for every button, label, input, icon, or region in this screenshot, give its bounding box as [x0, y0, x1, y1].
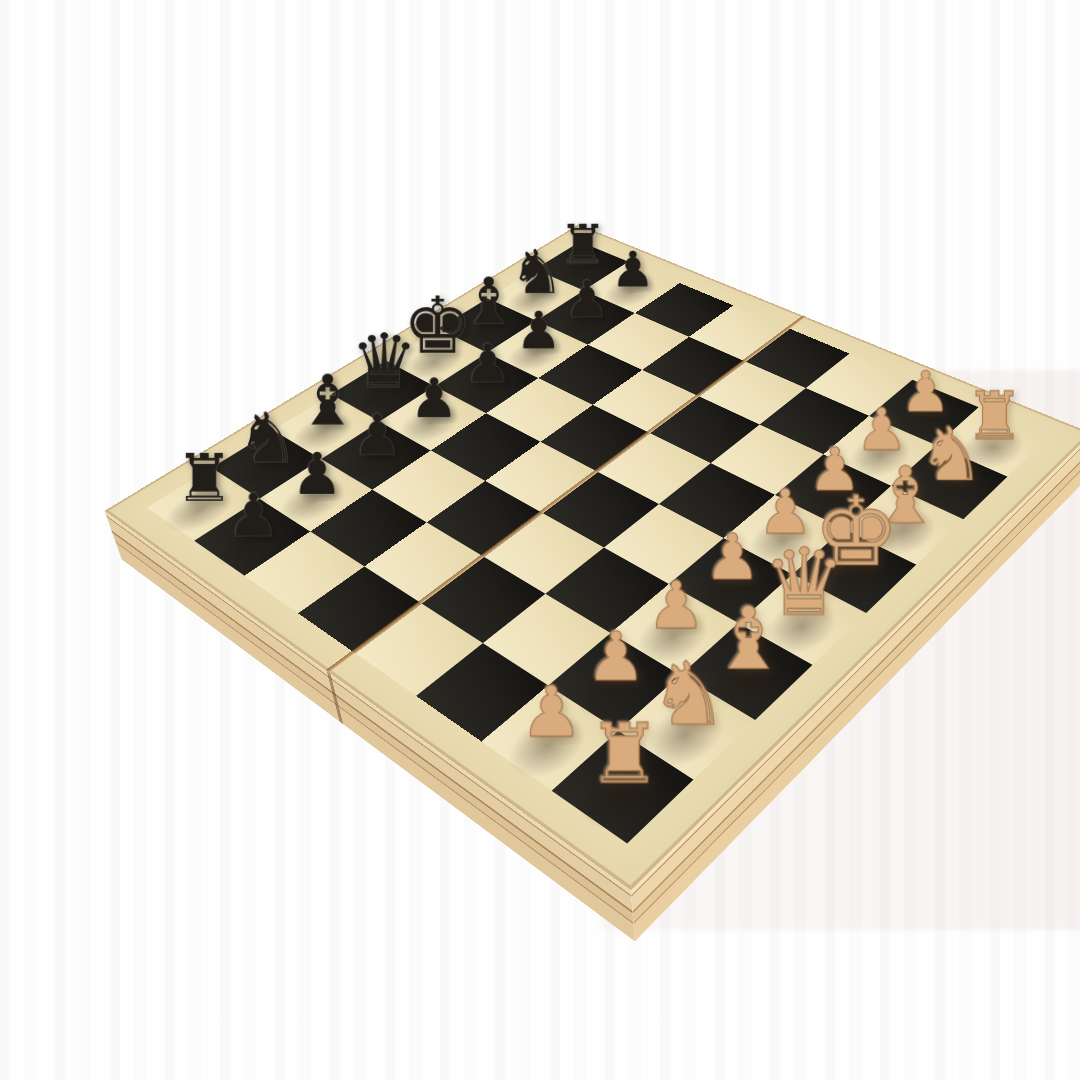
- piece-black-pawn[interactable]: ♟: [352, 409, 403, 463]
- scene-viewport: ♜♞♝♛♚♝♞♜♟♟♟♟♟♟♟♟♟♟♟♟♟♟♟♟♜♞♝♛♚♝♞♜: [0, 0, 1080, 1080]
- piece-white-pawn[interactable]: ♟: [704, 527, 761, 587]
- piece-black-rook[interactable]: ♜: [175, 448, 234, 511]
- piece-black-bishop[interactable]: ♝: [296, 367, 359, 433]
- piece-black-pawn[interactable]: ♟: [409, 373, 458, 425]
- piece-white-pawn[interactable]: ♟: [585, 625, 646, 690]
- piece-black-queen[interactable]: ♛: [350, 326, 418, 398]
- piece-black-pawn[interactable]: ♟: [291, 447, 343, 502]
- piece-black-rook[interactable]: ♜: [558, 220, 607, 272]
- chess-board: ♜♞♝♛♚♝♞♜♟♟♟♟♟♟♟♟♟♟♟♟♟♟♟♟♜♞♝♛♚♝♞♜: [105, 224, 1080, 890]
- piece-white-pawn[interactable]: ♟: [646, 574, 705, 636]
- product-photo-canvas: ♜♞♝♛♚♝♞♜♟♟♟♟♟♟♟♟♟♟♟♟♟♟♟♟♜♞♝♛♚♝♞♜: [0, 0, 1080, 1080]
- piece-white-pawn[interactable]: ♟: [520, 679, 583, 746]
- piece-black-knight[interactable]: ♞: [236, 404, 299, 470]
- piece-white-rook[interactable]: ♜: [587, 716, 661, 795]
- board-squares: ♜♞♝♛♚♝♞♜♟♟♟♟♟♟♟♟♟♟♟♟♟♟♟♟♜♞♝♛♚♝♞♜: [147, 242, 1049, 844]
- piece-black-pawn[interactable]: ♟: [227, 487, 281, 544]
